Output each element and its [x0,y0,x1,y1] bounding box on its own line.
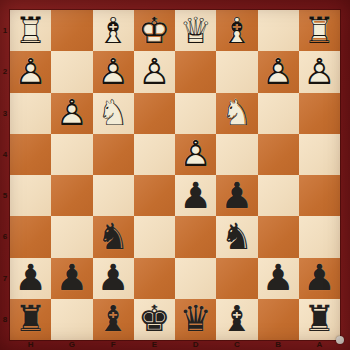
square-b3[interactable] [258,93,299,134]
square-e7[interactable] [134,258,175,299]
white-pawn[interactable]: ♟♙ [175,134,216,175]
file-label-f: F [93,340,134,350]
square-b6[interactable] [258,216,299,257]
square-b2[interactable]: ♟♙ [258,51,299,92]
square-h8[interactable]: ♜ [10,299,51,340]
square-b4[interactable] [258,134,299,175]
white-rook[interactable]: ♜♖ [299,10,340,51]
piece-outline: ♙ [258,51,299,92]
file-labels: HGFEDCBA [10,340,340,350]
rank-label-7: 7 [0,258,10,299]
black-rook[interactable]: ♜ [10,299,51,340]
square-f5[interactable] [93,175,134,216]
file-label-a: A [299,340,340,350]
square-g7[interactable]: ♟ [51,258,92,299]
white-to-move-indicator [336,336,344,344]
square-h1[interactable]: ♜♖ [10,10,51,51]
file-label-d: D [175,340,216,350]
square-e3[interactable] [134,93,175,134]
black-pawn[interactable]: ♟ [216,175,257,216]
white-pawn[interactable]: ♟♙ [299,51,340,92]
piece-outline: ♖ [299,10,340,51]
square-c4[interactable] [216,134,257,175]
black-king[interactable]: ♚ [134,299,175,340]
square-f4[interactable] [93,134,134,175]
square-g2[interactable] [51,51,92,92]
black-pawn[interactable]: ♟ [10,258,51,299]
black-pawn[interactable]: ♟ [175,175,216,216]
square-f2[interactable]: ♟♙ [93,51,134,92]
square-a6[interactable] [299,216,340,257]
square-h6[interactable] [10,216,51,257]
black-pawn[interactable]: ♟ [299,258,340,299]
square-a7[interactable]: ♟ [299,258,340,299]
black-knight[interactable]: ♞ [216,216,257,257]
rank-label-4: 4 [0,134,10,175]
white-queen[interactable]: ♛♕ [175,10,216,51]
white-pawn[interactable]: ♟♙ [51,93,92,134]
white-king[interactable]: ♚♔ [134,10,175,51]
white-pawn[interactable]: ♟♙ [134,51,175,92]
square-a1[interactable]: ♜♖ [299,10,340,51]
black-pawn[interactable]: ♟ [258,258,299,299]
file-label-c: C [216,340,257,350]
rank-label-1: 1 [0,10,10,51]
white-knight[interactable]: ♞♘ [216,93,257,134]
white-pawn[interactable]: ♟♙ [10,51,51,92]
chess-board-frame: ♜♖♝♗♚♔♛♕♝♗♜♖♟♙♟♙♟♙♟♙♟♙♟♙♞♘♞♘♟♙♟♟♞♞♟♟♟♟♟♜… [0,0,350,350]
square-f1[interactable]: ♝♗ [93,10,134,51]
square-h4[interactable] [10,134,51,175]
square-h2[interactable]: ♟♙ [10,51,51,92]
square-g8[interactable] [51,299,92,340]
square-a8[interactable]: ♜ [299,299,340,340]
square-h3[interactable] [10,93,51,134]
rank-label-6: 6 [0,216,10,257]
square-g3[interactable]: ♟♙ [51,93,92,134]
rank-label-3: 3 [0,93,10,134]
piece-outline: ♗ [93,10,134,51]
square-f8[interactable]: ♝ [93,299,134,340]
square-f3[interactable]: ♞♘ [93,93,134,134]
square-b8[interactable] [258,299,299,340]
square-f6[interactable]: ♞ [93,216,134,257]
square-e8[interactable]: ♚ [134,299,175,340]
piece-outline: ♔ [134,10,175,51]
piece-outline: ♕ [175,10,216,51]
white-bishop[interactable]: ♝♗ [216,10,257,51]
square-e4[interactable] [134,134,175,175]
square-d8[interactable]: ♛ [175,299,216,340]
square-c5[interactable]: ♟ [216,175,257,216]
piece-outline: ♙ [93,51,134,92]
piece-outline: ♖ [10,10,51,51]
file-label-g: G [51,340,92,350]
piece-outline: ♙ [299,51,340,92]
piece-outline: ♘ [93,93,134,134]
piece-outline: ♙ [134,51,175,92]
square-c8[interactable]: ♝ [216,299,257,340]
black-queen[interactable]: ♛ [175,299,216,340]
square-c3[interactable]: ♞♘ [216,93,257,134]
black-bishop[interactable]: ♝ [93,299,134,340]
square-a2[interactable]: ♟♙ [299,51,340,92]
white-rook[interactable]: ♜♖ [10,10,51,51]
black-pawn[interactable]: ♟ [51,258,92,299]
square-b1[interactable] [258,10,299,51]
file-label-b: B [258,340,299,350]
black-knight[interactable]: ♞ [93,216,134,257]
white-knight[interactable]: ♞♘ [93,93,134,134]
square-a5[interactable] [299,175,340,216]
white-bishop[interactable]: ♝♗ [93,10,134,51]
square-c6[interactable]: ♞ [216,216,257,257]
square-g1[interactable] [51,10,92,51]
square-e2[interactable]: ♟♙ [134,51,175,92]
square-e1[interactable]: ♚♔ [134,10,175,51]
white-pawn[interactable]: ♟♙ [93,51,134,92]
black-bishop[interactable]: ♝ [216,299,257,340]
square-e6[interactable] [134,216,175,257]
rank-label-5: 5 [0,175,10,216]
square-c1[interactable]: ♝♗ [216,10,257,51]
square-d7[interactable] [175,258,216,299]
square-c7[interactable] [216,258,257,299]
square-f7[interactable]: ♟ [93,258,134,299]
square-b5[interactable] [258,175,299,216]
rank-label-2: 2 [0,51,10,92]
file-label-h: H [10,340,51,350]
rank-labels: 12345678 [0,10,10,340]
chess-board: ♜♖♝♗♚♔♛♕♝♗♜♖♟♙♟♙♟♙♟♙♟♙♟♙♞♘♞♘♟♙♟♟♞♞♟♟♟♟♟♜… [10,10,340,340]
square-c2[interactable] [216,51,257,92]
square-d4[interactable]: ♟♙ [175,134,216,175]
piece-outline: ♙ [10,51,51,92]
white-pawn[interactable]: ♟♙ [258,51,299,92]
rank-label-8: 8 [0,299,10,340]
piece-outline: ♗ [216,10,257,51]
square-h5[interactable] [10,175,51,216]
square-e5[interactable] [134,175,175,216]
square-d1[interactable]: ♛♕ [175,10,216,51]
square-a3[interactable] [299,93,340,134]
square-d3[interactable] [175,93,216,134]
square-b7[interactable]: ♟ [258,258,299,299]
square-d2[interactable] [175,51,216,92]
piece-outline: ♙ [175,134,216,175]
square-d6[interactable] [175,216,216,257]
black-rook[interactable]: ♜ [299,299,340,340]
square-a4[interactable] [299,134,340,175]
piece-outline: ♙ [51,93,92,134]
square-g6[interactable] [51,216,92,257]
file-label-e: E [134,340,175,350]
black-pawn[interactable]: ♟ [93,258,134,299]
piece-outline: ♘ [216,93,257,134]
square-g4[interactable] [51,134,92,175]
square-d5[interactable]: ♟ [175,175,216,216]
square-g5[interactable] [51,175,92,216]
square-h7[interactable]: ♟ [10,258,51,299]
